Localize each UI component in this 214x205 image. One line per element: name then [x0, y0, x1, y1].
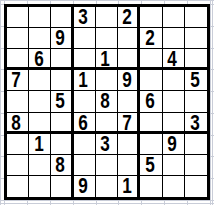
given-digit: 3: [190, 113, 200, 133]
cell-r2c3[interactable]: 9: [51, 28, 73, 49]
given-digit: 9: [167, 134, 177, 154]
sheet-gridline-vertical: [0, 0, 1, 205]
given-digit: 6: [34, 49, 44, 69]
cell-r5c2[interactable]: [29, 91, 51, 112]
cell-r7c6[interactable]: [118, 134, 140, 155]
cell-r9c1[interactable]: [7, 176, 29, 197]
cell-r3c6[interactable]: [118, 49, 140, 70]
cell-r6c8[interactable]: [163, 113, 185, 134]
sheet-gridline-horizontal: [0, 200, 214, 201]
cell-r1c3[interactable]: [51, 7, 73, 28]
cell-r7c8[interactable]: 9: [163, 134, 185, 155]
given-digit: 8: [55, 155, 65, 175]
sheet-gridline-horizontal: [0, 203, 214, 204]
cell-r5c4[interactable]: [74, 91, 96, 112]
cell-r7c1[interactable]: [7, 134, 29, 155]
cell-r2c5[interactable]: [96, 28, 118, 49]
cell-r3c3[interactable]: [51, 49, 73, 70]
cell-r2c6[interactable]: [118, 28, 140, 49]
sheet-gridline-vertical: [210, 0, 211, 205]
cell-r7c7[interactable]: [140, 134, 162, 155]
cell-r4c8[interactable]: [163, 70, 185, 91]
cell-r5c7[interactable]: 6: [140, 91, 162, 112]
given-digit: 9: [78, 176, 88, 196]
cell-r7c5[interactable]: 3: [96, 134, 118, 155]
cell-r9c5[interactable]: [96, 176, 118, 197]
cell-r5c9[interactable]: [185, 91, 207, 112]
cell-r1c8[interactable]: [163, 7, 185, 28]
cell-r4c1[interactable]: 7: [7, 70, 29, 91]
cell-r7c4[interactable]: [74, 134, 96, 155]
cell-r6c5[interactable]: [96, 113, 118, 134]
cell-r5c8[interactable]: [163, 91, 185, 112]
cell-r1c6[interactable]: 2: [118, 7, 140, 28]
cell-r6c2[interactable]: [29, 113, 51, 134]
cell-r3c9[interactable]: [185, 49, 207, 70]
cell-r9c7[interactable]: [140, 176, 162, 197]
cell-r8c6[interactable]: [118, 155, 140, 176]
cell-r8c5[interactable]: [96, 155, 118, 176]
given-digit: 7: [122, 113, 132, 133]
sheet-gridline-vertical: [212, 0, 213, 205]
cell-r7c3[interactable]: [51, 134, 73, 155]
given-digit: 1: [101, 49, 111, 69]
cell-r8c7[interactable]: 5: [140, 155, 162, 176]
cell-r8c8[interactable]: [163, 155, 185, 176]
cell-r4c9[interactable]: 5: [185, 70, 207, 91]
sheet-gridline-horizontal: [0, 0, 214, 1]
cell-r1c7[interactable]: [140, 7, 162, 28]
cell-r5c6[interactable]: [118, 91, 140, 112]
cell-r3c5[interactable]: 1: [96, 49, 118, 70]
given-digit: 7: [12, 70, 22, 90]
cell-r4c4[interactable]: 1: [74, 70, 96, 91]
cell-r4c2[interactable]: [29, 70, 51, 91]
cell-r8c2[interactable]: [29, 155, 51, 176]
cell-r6c4[interactable]: 6: [74, 113, 96, 134]
given-digit: 6: [78, 113, 88, 133]
cell-r9c4[interactable]: 9: [74, 176, 96, 197]
cell-r6c6[interactable]: 7: [118, 113, 140, 134]
cell-r2c2[interactable]: [29, 28, 51, 49]
given-digit: 3: [78, 7, 88, 27]
cell-r1c2[interactable]: [29, 7, 51, 28]
given-digit: 3: [101, 134, 111, 154]
cell-r7c9[interactable]: [185, 134, 207, 155]
cell-r5c3[interactable]: 5: [51, 91, 73, 112]
given-digit: 8: [12, 113, 22, 133]
cell-r3c2[interactable]: 6: [29, 49, 51, 70]
cell-r8c1[interactable]: [7, 155, 29, 176]
cell-r5c5[interactable]: 8: [96, 91, 118, 112]
cell-r1c5[interactable]: [96, 7, 118, 28]
cell-r9c6[interactable]: 1: [118, 176, 140, 197]
given-digit: 1: [122, 176, 132, 196]
given-digit: 5: [190, 70, 200, 90]
cell-r2c8[interactable]: [163, 28, 185, 49]
cell-r2c1[interactable]: [7, 28, 29, 49]
given-digit: 9: [122, 70, 132, 90]
cell-r4c5[interactable]: [96, 70, 118, 91]
cell-r9c2[interactable]: [29, 176, 51, 197]
cell-r5c1[interactable]: [7, 91, 29, 112]
given-digit: 6: [145, 91, 155, 111]
cell-r8c3[interactable]: 8: [51, 155, 73, 176]
cell-r2c7[interactable]: 2: [140, 28, 162, 49]
cell-r6c1[interactable]: 8: [7, 113, 29, 134]
cell-r2c9[interactable]: [185, 28, 207, 49]
cell-r8c4[interactable]: [74, 155, 96, 176]
given-digit: 8: [101, 91, 111, 111]
cell-r4c3[interactable]: [51, 70, 73, 91]
cell-r6c3[interactable]: [51, 113, 73, 134]
cell-r3c7[interactable]: [140, 49, 162, 70]
given-digit: 2: [122, 7, 132, 27]
sudoku-board: 3292614719558686731398591: [4, 4, 210, 200]
cell-r3c8[interactable]: 4: [163, 49, 185, 70]
cell-r9c9[interactable]: [185, 176, 207, 197]
cell-r7c2[interactable]: 1: [29, 134, 51, 155]
cell-r8c9[interactable]: [185, 155, 207, 176]
cell-r4c7[interactable]: [140, 70, 162, 91]
cell-r1c4[interactable]: 3: [74, 7, 96, 28]
cell-r4c6[interactable]: 9: [118, 70, 140, 91]
given-digit: 2: [145, 28, 155, 48]
cell-r1c9[interactable]: [185, 7, 207, 28]
cell-r3c4[interactable]: [74, 49, 96, 70]
given-digit: 5: [55, 91, 65, 111]
cell-r9c8[interactable]: [163, 176, 185, 197]
given-digit: 1: [34, 134, 44, 154]
cell-r6c9[interactable]: 3: [185, 113, 207, 134]
given-digit: 4: [167, 49, 177, 69]
given-digit: 1: [78, 70, 88, 90]
cell-r9c3[interactable]: [51, 176, 73, 197]
cell-r3c1[interactable]: [7, 49, 29, 70]
given-digit: 9: [55, 28, 65, 48]
given-digit: 5: [145, 155, 155, 175]
sudoku-screen: 3292614719558686731398591: [0, 0, 214, 205]
cell-r2c4[interactable]: [74, 28, 96, 49]
cell-r1c1[interactable]: [7, 7, 29, 28]
cell-r6c7[interactable]: [140, 113, 162, 134]
